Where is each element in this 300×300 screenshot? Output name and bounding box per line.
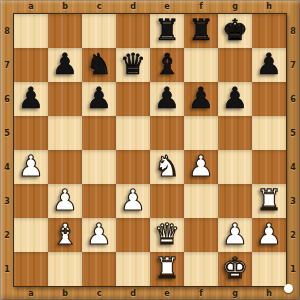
piece-black-pawn[interactable]: ♟	[218, 82, 252, 116]
rank-label-right-8: 8	[286, 14, 300, 48]
square-d6[interactable]	[116, 82, 150, 116]
square-e4[interactable]: ♞	[150, 150, 184, 184]
square-b1[interactable]	[48, 252, 82, 286]
file-label-top-f: f	[184, 0, 218, 13]
square-b6[interactable]	[48, 82, 82, 116]
square-g6[interactable]: ♟	[218, 82, 252, 116]
square-c7[interactable]: ♞	[82, 48, 116, 82]
square-d3[interactable]: ♟	[116, 184, 150, 218]
piece-white-pawn[interactable]: ♟	[48, 184, 82, 218]
square-g2[interactable]: ♟	[218, 218, 252, 252]
square-c4[interactable]	[82, 150, 116, 184]
piece-white-rook[interactable]: ♜	[150, 252, 184, 286]
square-f2[interactable]	[184, 218, 218, 252]
square-e1[interactable]: ♜	[150, 252, 184, 286]
file-label-bottom-b: b	[48, 287, 82, 300]
rank-label-left-5: 5	[0, 116, 14, 150]
square-b2[interactable]: ♝	[48, 218, 82, 252]
square-d2[interactable]	[116, 218, 150, 252]
square-a6[interactable]: ♟	[14, 82, 48, 116]
piece-white-pawn[interactable]: ♟	[116, 184, 150, 218]
rank-label-left-2: 2	[0, 218, 14, 252]
square-c5[interactable]	[82, 116, 116, 150]
square-h4[interactable]	[252, 150, 286, 184]
square-e6[interactable]: ♟	[150, 82, 184, 116]
square-c8[interactable]	[82, 14, 116, 48]
file-label-top-c: c	[82, 0, 116, 13]
square-b8[interactable]	[48, 14, 82, 48]
file-label-bottom-c: c	[82, 287, 116, 300]
file-label-top-a: a	[14, 0, 48, 13]
rank-label-left-6: 6	[0, 82, 14, 116]
rank-label-left-8: 8	[0, 14, 14, 48]
rank-label-right-4: 4	[286, 150, 300, 184]
square-c3[interactable]	[82, 184, 116, 218]
square-h1[interactable]	[252, 252, 286, 286]
square-a8[interactable]	[14, 14, 48, 48]
square-g5[interactable]	[218, 116, 252, 150]
square-g7[interactable]	[218, 48, 252, 82]
file-label-top-b: b	[48, 0, 82, 13]
piece-white-pawn[interactable]: ♟	[252, 218, 286, 252]
chess-app: a b c d e f g h a b c d e f g h 8 7 6 5 …	[0, 0, 300, 300]
file-labels-bottom: a b c d e f g h	[14, 287, 286, 300]
square-c6[interactable]: ♟	[82, 82, 116, 116]
piece-white-queen[interactable]: ♛	[150, 218, 184, 252]
piece-black-pawn[interactable]: ♟	[82, 82, 116, 116]
square-d4[interactable]	[116, 150, 150, 184]
square-c2[interactable]: ♟	[82, 218, 116, 252]
piece-black-knight[interactable]: ♞	[82, 48, 116, 82]
rank-labels-left: 8 7 6 5 4 3 2 1	[0, 14, 14, 286]
file-label-top-h: h	[252, 0, 286, 13]
file-label-bottom-f: f	[184, 287, 218, 300]
chess-board-frame: a b c d e f g h a b c d e f g h 8 7 6 5 …	[0, 0, 300, 300]
piece-black-king[interactable]: ♚	[218, 14, 252, 48]
square-f8[interactable]: ♜	[184, 14, 218, 48]
square-d7[interactable]: ♛	[116, 48, 150, 82]
piece-white-pawn[interactable]: ♟	[218, 218, 252, 252]
file-label-bottom-g: g	[218, 287, 252, 300]
file-label-bottom-e: e	[150, 287, 184, 300]
square-a3[interactable]	[14, 184, 48, 218]
square-e7[interactable]: ♝	[150, 48, 184, 82]
file-label-bottom-h: h	[252, 287, 286, 300]
square-f5[interactable]	[184, 116, 218, 150]
piece-black-pawn[interactable]: ♟	[14, 82, 48, 116]
square-h7[interactable]: ♟	[252, 48, 286, 82]
square-f1[interactable]	[184, 252, 218, 286]
rank-label-right-6: 6	[286, 82, 300, 116]
rank-label-right-5: 5	[286, 116, 300, 150]
piece-black-rook[interactable]: ♜	[184, 14, 218, 48]
rank-label-right-3: 3	[286, 184, 300, 218]
piece-black-pawn[interactable]: ♟	[150, 82, 184, 116]
file-label-bottom-d: d	[116, 287, 150, 300]
piece-black-pawn[interactable]: ♟	[48, 48, 82, 82]
square-b7[interactable]: ♟	[48, 48, 82, 82]
square-g3[interactable]	[218, 184, 252, 218]
square-g1[interactable]: ♚	[218, 252, 252, 286]
piece-black-pawn[interactable]: ♟	[184, 82, 218, 116]
piece-white-king[interactable]: ♚	[218, 252, 252, 286]
square-f6[interactable]: ♟	[184, 82, 218, 116]
piece-black-bishop[interactable]: ♝	[150, 48, 184, 82]
square-e3[interactable]	[150, 184, 184, 218]
square-f3[interactable]	[184, 184, 218, 218]
chess-board[interactable]: ♜♜♚♟♞♛♝♟♟♟♟♟♟♟♞♟♟♟♜♝♟♛♟♟♜♚	[13, 13, 287, 287]
rank-label-left-4: 4	[0, 150, 14, 184]
piece-black-queen[interactable]: ♛	[116, 48, 150, 82]
square-h8[interactable]	[252, 14, 286, 48]
square-g4[interactable]	[218, 150, 252, 184]
piece-white-rook[interactable]: ♜	[252, 184, 286, 218]
piece-white-pawn[interactable]: ♟	[82, 218, 116, 252]
square-a5[interactable]	[14, 116, 48, 150]
rank-label-left-7: 7	[0, 48, 14, 82]
piece-black-pawn[interactable]: ♟	[252, 48, 286, 82]
square-e8[interactable]: ♜	[150, 14, 184, 48]
piece-white-bishop[interactable]: ♝	[48, 218, 82, 252]
file-labels-top: a b c d e f g h	[14, 0, 286, 13]
square-h5[interactable]	[252, 116, 286, 150]
square-a7[interactable]	[14, 48, 48, 82]
piece-white-pawn[interactable]: ♟	[14, 150, 48, 184]
square-f7[interactable]	[184, 48, 218, 82]
square-h2[interactable]: ♟	[252, 218, 286, 252]
piece-black-rook[interactable]: ♜	[150, 14, 184, 48]
square-b5[interactable]	[48, 116, 82, 150]
square-h6[interactable]	[252, 82, 286, 116]
square-c1[interactable]	[82, 252, 116, 286]
piece-white-pawn[interactable]: ♟	[184, 150, 218, 184]
square-b3[interactable]: ♟	[48, 184, 82, 218]
rank-label-left-1: 1	[0, 252, 14, 286]
piece-white-knight[interactable]: ♞	[150, 150, 184, 184]
square-h3[interactable]: ♜	[252, 184, 286, 218]
square-a1[interactable]	[14, 252, 48, 286]
white-to-move-indicator	[284, 284, 293, 293]
rank-labels-right: 8 7 6 5 4 3 2 1	[286, 14, 300, 286]
square-g8[interactable]: ♚	[218, 14, 252, 48]
rank-label-right-2: 2	[286, 218, 300, 252]
file-label-bottom-a: a	[14, 287, 48, 300]
file-label-top-e: e	[150, 0, 184, 13]
square-e2[interactable]: ♛	[150, 218, 184, 252]
square-b4[interactable]	[48, 150, 82, 184]
square-d5[interactable]	[116, 116, 150, 150]
square-f4[interactable]: ♟	[184, 150, 218, 184]
file-label-top-d: d	[116, 0, 150, 13]
square-e5[interactable]	[150, 116, 184, 150]
rank-label-right-7: 7	[286, 48, 300, 82]
rank-label-right-1: 1	[286, 252, 300, 286]
square-d1[interactable]	[116, 252, 150, 286]
square-d8[interactable]	[116, 14, 150, 48]
file-label-top-g: g	[218, 0, 252, 13]
square-a4[interactable]: ♟	[14, 150, 48, 184]
square-a2[interactable]	[14, 218, 48, 252]
rank-label-left-3: 3	[0, 184, 14, 218]
